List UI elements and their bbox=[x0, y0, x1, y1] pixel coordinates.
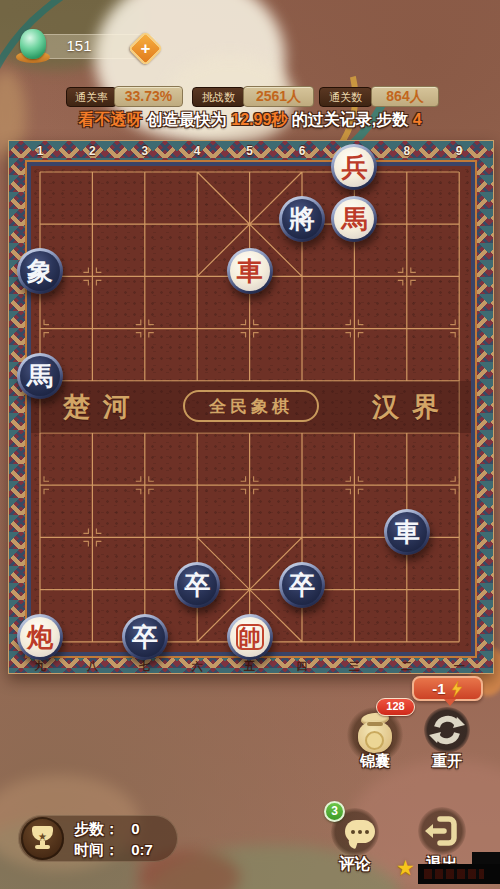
river-right-text: 汉界 bbox=[372, 389, 452, 425]
file-number-top-1: 1 bbox=[30, 144, 50, 158]
file-number-bottom-2: 八 bbox=[82, 659, 102, 674]
exit-button[interactable] bbox=[418, 807, 466, 855]
clears-label: 通关数 bbox=[319, 87, 372, 107]
watermark-bar bbox=[418, 864, 500, 884]
challenges-label: 挑战数 bbox=[192, 87, 245, 107]
trophy-icon: ★ bbox=[21, 817, 64, 860]
river-center-text: 全民象棋 bbox=[209, 395, 293, 418]
piece-black-車-8-7[interactable]: 車 bbox=[384, 509, 430, 555]
file-number-bottom-1: 九 bbox=[30, 659, 50, 674]
clears-value: 864人 bbox=[371, 86, 439, 107]
ticker-text: 创造最快为 bbox=[147, 111, 231, 128]
clear-rate-label: 通关率 bbox=[66, 87, 117, 107]
piece-red-帥-5-9[interactable]: 帥 bbox=[227, 614, 273, 660]
penalty-value: -1 bbox=[432, 680, 445, 697]
file-number-top-6: 6 bbox=[292, 144, 312, 158]
river-center-oval: 全民象棋 bbox=[183, 390, 319, 422]
challenges-value: 2561人 bbox=[243, 86, 314, 107]
record-ticker: 看不透呀 创造最快为 12.99秒 的过关记录,步数 4 bbox=[0, 110, 500, 131]
board-field[interactable]: 楚河 全民象棋 汉界 兵將馬象車馬車卒卒炮卒帥 bbox=[31, 166, 471, 652]
restart-button[interactable] bbox=[424, 707, 470, 753]
clear-rate-value: 33.73% bbox=[114, 86, 183, 107]
river-band: 楚河 全民象棋 汉界 bbox=[31, 381, 471, 433]
file-number-top-8: 8 bbox=[397, 144, 417, 158]
file-number-top-2: 2 bbox=[82, 144, 102, 158]
ticker-player-name: 看不透呀 bbox=[78, 111, 142, 128]
time-label: 时间： bbox=[74, 841, 119, 858]
hint-bag-label: 锦囊 bbox=[345, 752, 405, 771]
comment-label: 评论 bbox=[329, 854, 381, 875]
file-number-top-5: 5 bbox=[240, 144, 260, 158]
plus-icon: + bbox=[135, 38, 156, 59]
lightning-icon bbox=[451, 681, 463, 697]
piece-black-卒-4-8[interactable]: 卒 bbox=[174, 562, 220, 608]
steps-label: 步数： bbox=[74, 820, 119, 837]
game-screen: 151 + 通关率 33.73% 挑战数 2561人 通关数 864人 看不透呀… bbox=[0, 0, 500, 889]
piece-red-馬-7-1[interactable]: 馬 bbox=[331, 196, 377, 242]
piece-red-炮-1-9[interactable]: 炮 bbox=[17, 614, 63, 660]
ticker-text2: 的过关记录,步数 bbox=[292, 111, 413, 128]
file-number-bottom-9: 一 bbox=[449, 659, 469, 674]
restart-label: 重开 bbox=[417, 752, 477, 771]
currency-amount: 151 bbox=[44, 37, 114, 54]
piece-black-卒-6-8[interactable]: 卒 bbox=[279, 562, 325, 608]
piece-black-卒-3-9[interactable]: 卒 bbox=[122, 614, 168, 660]
file-number-bottom-4: 六 bbox=[187, 659, 207, 674]
board-inner-frame: 楚河 全民象棋 汉界 兵將馬象車馬車卒卒炮卒帥 bbox=[25, 160, 477, 658]
file-number-bottom-3: 七 bbox=[135, 659, 155, 674]
status-panel: ★ 步数： 0 时间： 0:7 bbox=[18, 815, 178, 862]
ticker-time: 12.99秒 bbox=[231, 111, 287, 128]
steps-line: 步数： 0 bbox=[74, 820, 140, 839]
star-icon: ★ bbox=[396, 856, 415, 880]
piece-black-將-6-1[interactable]: 將 bbox=[279, 196, 325, 242]
file-number-bottom-7: 三 bbox=[344, 659, 364, 674]
piece-red-兵-7-0[interactable]: 兵 bbox=[331, 144, 377, 190]
river-left-text: 楚河 bbox=[63, 389, 143, 425]
file-number-bottom-8: 二 bbox=[397, 659, 417, 674]
time-value: 0:7 bbox=[131, 841, 153, 858]
exit-door-icon bbox=[418, 807, 466, 855]
ticker-steps: 4 bbox=[413, 111, 422, 128]
piece-black-象-1-2[interactable]: 象 bbox=[17, 248, 63, 294]
time-line: 时间： 0:7 bbox=[74, 841, 153, 860]
file-number-top-4: 4 bbox=[187, 144, 207, 158]
xiangqi-board[interactable]: 123456789 九八七六五四三二一 楚河 全民象棋 汉界 兵將馬象車馬車卒卒… bbox=[8, 140, 494, 674]
piece-red-車-5-2[interactable]: 車 bbox=[227, 248, 273, 294]
restart-cost-badge: -1 bbox=[412, 676, 483, 701]
comment-count-badge: 3 bbox=[324, 801, 345, 822]
restart-refresh-icon bbox=[424, 707, 470, 753]
file-number-top-9: 9 bbox=[449, 144, 469, 158]
file-number-bottom-5: 五 bbox=[240, 659, 260, 674]
steps-value: 0 bbox=[131, 820, 139, 837]
chat-bubble-icon bbox=[345, 820, 375, 843]
piece-black-馬-1-4[interactable]: 馬 bbox=[17, 353, 63, 399]
file-number-top-3: 3 bbox=[135, 144, 155, 158]
hint-count-badge: 128 bbox=[376, 698, 415, 716]
file-number-bottom-6: 四 bbox=[292, 659, 312, 674]
